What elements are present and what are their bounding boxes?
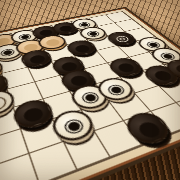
disc-glyph: ◉ <box>102 80 128 97</box>
othello-board-illustration: ●●◉●●◉◉●●◉●●●◎●●◉○●●◉●◉◉●●◉● <box>0 0 180 180</box>
othello-board: ●●◉●●◉◉●●◉●●●◎●●◉○●●◉●◉◉●●◉● <box>0 7 180 180</box>
disc-glyph: ◉ <box>59 114 88 137</box>
disc-glyph: ◎ <box>112 34 131 44</box>
